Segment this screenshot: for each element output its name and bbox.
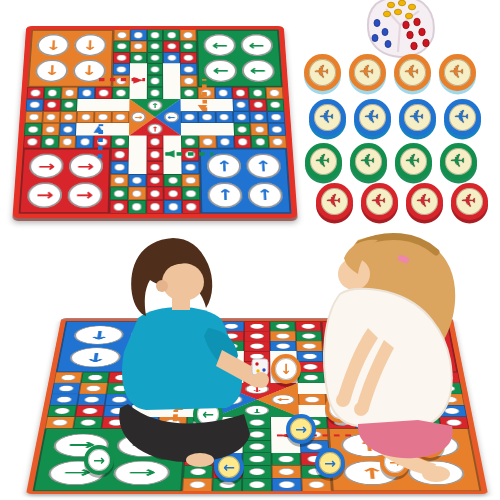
boy-pants xyxy=(119,404,250,462)
product-photo: ↓↓↓↓✈✈←←←←✈✈→→→→✈✈↑↑↑↑✈✈↑←↑→▶▼◀▲ ↓↓↓↓✈✈←… xyxy=(0,0,500,500)
girl-hand-1 xyxy=(336,393,350,407)
boy-ear xyxy=(156,280,168,292)
boy-hand xyxy=(253,372,269,388)
arrow-token-orange: ↓ xyxy=(271,354,301,384)
child-girl xyxy=(298,228,483,490)
girl-hand-2 xyxy=(354,402,368,416)
child-boy xyxy=(80,232,275,484)
girl-shorts xyxy=(358,420,453,458)
boy-foot xyxy=(186,453,214,467)
boy-face xyxy=(162,263,204,301)
girl-foot xyxy=(422,466,450,482)
